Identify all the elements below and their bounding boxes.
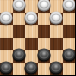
square-r1c4-dark[interactable] [50, 13, 63, 26]
square-r0c3-dark[interactable] [38, 0, 51, 13]
square-r1c1-light [13, 13, 26, 26]
square-r3c4-dark[interactable] [50, 38, 63, 51]
square-r2c2-light [25, 25, 38, 38]
black-checker-piece[interactable] [0, 61, 13, 74]
square-r4c5-dark[interactable] [63, 50, 76, 63]
square-r2c0-light [0, 25, 13, 38]
square-r5c2-dark[interactable] [25, 63, 38, 76]
white-checker-piece[interactable] [37, 0, 50, 12]
square-r4c3-dark[interactable] [38, 50, 51, 63]
white-checker-piece[interactable] [50, 11, 63, 24]
square-r2c3-dark[interactable] [38, 25, 51, 38]
square-r5c3-light [38, 63, 51, 76]
square-r5c1-light [13, 63, 26, 76]
square-r4c1-dark[interactable] [13, 50, 26, 63]
square-r0c5-dark[interactable] [63, 0, 76, 13]
white-checker-piece[interactable] [25, 11, 38, 24]
white-checker-piece[interactable] [0, 11, 13, 24]
black-checker-piece[interactable] [37, 49, 50, 62]
black-checker-piece[interactable] [62, 49, 75, 62]
square-r5c5-light [63, 63, 76, 76]
white-checker-piece[interactable] [12, 0, 25, 12]
black-checker-piece[interactable] [50, 61, 63, 74]
square-r3c2-dark[interactable] [25, 38, 38, 51]
square-r2c4-light [50, 25, 63, 38]
square-r1c5-light [63, 13, 76, 26]
square-r2c1-dark[interactable] [13, 25, 26, 38]
square-r1c2-dark[interactable] [25, 13, 38, 26]
black-checker-piece[interactable] [12, 49, 25, 62]
square-r3c0-dark[interactable] [0, 38, 13, 51]
checkers-board [0, 0, 75, 75]
square-r2c5-dark[interactable] [63, 25, 76, 38]
square-r1c3-light [38, 13, 51, 26]
square-r1c0-dark[interactable] [0, 13, 13, 26]
square-r5c0-dark[interactable] [0, 63, 13, 76]
square-r0c1-dark[interactable] [13, 0, 26, 13]
white-checker-piece[interactable] [62, 0, 75, 12]
black-checker-piece[interactable] [25, 61, 38, 74]
square-r5c4-dark[interactable] [50, 63, 63, 76]
